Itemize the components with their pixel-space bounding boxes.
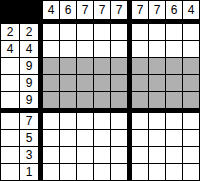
cell-r1c8[interactable] [166,24,183,41]
cell-r8c1[interactable] [43,147,60,164]
row-clue-5-inner: 9 [20,92,39,109]
cell-r2c3[interactable] [77,41,94,58]
cell-r5c7[interactable] [149,92,166,109]
cell-r9c2[interactable] [60,164,77,181]
cell-r1c7[interactable] [149,24,166,41]
cell-r6c3[interactable] [77,113,94,130]
cell-r3c5[interactable] [111,58,128,75]
cell-r2c6[interactable] [132,41,149,58]
cell-r6c5[interactable] [111,113,128,130]
cell-r5c8[interactable] [166,92,183,109]
cell-r6c7[interactable] [149,113,166,130]
cell-r9c3[interactable] [77,164,94,181]
cell-r5c2[interactable] [60,92,77,109]
cell-r6c8[interactable] [166,113,183,130]
cell-r3c3[interactable] [77,58,94,75]
cell-r5c1[interactable] [43,92,60,109]
cell-r9c8[interactable] [166,164,183,181]
cell-r7c1[interactable] [43,130,60,147]
cell-r2c5[interactable] [111,41,128,58]
cell-r9c9[interactable] [183,164,200,181]
cell-r7c2[interactable] [60,130,77,147]
row-clue-7-inner: 5 [20,130,39,147]
cell-r8c4[interactable] [94,147,111,164]
cell-r1c3[interactable] [77,24,94,41]
cell-r8c7[interactable] [149,147,166,164]
cell-r5c9[interactable] [183,92,200,109]
row-clue-5-outer [1,92,20,109]
nonogram-puzzle: 46777776422449997531 [0,0,200,181]
col-clue-3: 7 [77,1,94,20]
cell-r3c1[interactable] [43,58,60,75]
cell-r1c2[interactable] [60,24,77,41]
cell-r4c7[interactable] [149,75,166,92]
col-clue-5: 7 [111,1,128,20]
cell-r9c7[interactable] [149,164,166,181]
row-clue-3-inner: 9 [20,58,39,75]
cell-r2c1[interactable] [43,41,60,58]
cell-r7c8[interactable] [166,130,183,147]
cell-r5c6[interactable] [132,92,149,109]
row-clue-1-inner: 2 [20,24,39,41]
corner-block [1,1,39,20]
row-clue-2-inner: 4 [20,41,39,58]
cell-r7c6[interactable] [132,130,149,147]
cell-r3c7[interactable] [149,58,166,75]
cell-r1c1[interactable] [43,24,60,41]
cell-r1c4[interactable] [94,24,111,41]
cell-r4c8[interactable] [166,75,183,92]
cell-r8c5[interactable] [111,147,128,164]
cell-r2c4[interactable] [94,41,111,58]
cell-r8c8[interactable] [166,147,183,164]
cell-r4c6[interactable] [132,75,149,92]
cell-r9c5[interactable] [111,164,128,181]
row-clue-7-outer [1,130,20,147]
row-clue-4-inner: 9 [20,75,39,92]
cell-r3c8[interactable] [166,58,183,75]
row-clue-4-outer [1,75,20,92]
row-clue-6-inner: 7 [20,113,39,130]
cell-r2c9[interactable] [183,41,200,58]
cell-r8c6[interactable] [132,147,149,164]
cell-r5c4[interactable] [94,92,111,109]
nonogram-board: 46777776422449997531 [0,0,200,181]
cell-r6c4[interactable] [94,113,111,130]
row-clue-3-outer [1,58,20,75]
cell-r8c9[interactable] [183,147,200,164]
cell-r6c6[interactable] [132,113,149,130]
cell-r7c3[interactable] [77,130,94,147]
cell-r3c9[interactable] [183,58,200,75]
cell-r7c4[interactable] [94,130,111,147]
cell-r7c9[interactable] [183,130,200,147]
cell-r2c2[interactable] [60,41,77,58]
cell-r4c5[interactable] [111,75,128,92]
cell-r6c2[interactable] [60,113,77,130]
col-clue-1: 4 [43,1,60,20]
col-clue-9: 4 [183,1,200,20]
cell-r3c4[interactable] [94,58,111,75]
col-clue-8: 6 [166,1,183,20]
cell-r2c8[interactable] [166,41,183,58]
cell-r4c2[interactable] [60,75,77,92]
col-clue-6: 7 [132,1,149,20]
cell-r4c3[interactable] [77,75,94,92]
row-clue-9-outer [1,164,20,181]
col-clue-7: 7 [149,1,166,20]
cell-r6c1[interactable] [43,113,60,130]
row-clue-1-outer: 2 [1,24,20,41]
cell-r3c6[interactable] [132,58,149,75]
cell-r6c9[interactable] [183,113,200,130]
cell-r9c4[interactable] [94,164,111,181]
col-clue-2: 6 [60,1,77,20]
cell-r5c3[interactable] [77,92,94,109]
cell-r4c9[interactable] [183,75,200,92]
row-clue-8-outer [1,147,20,164]
col-clue-4: 7 [94,1,111,20]
row-clue-2-outer: 4 [1,41,20,58]
cell-r4c4[interactable] [94,75,111,92]
cell-r8c3[interactable] [77,147,94,164]
cell-r3c2[interactable] [60,58,77,75]
cell-r5c5[interactable] [111,92,128,109]
cell-r1c6[interactable] [132,24,149,41]
row-clue-9-inner: 1 [20,164,39,181]
cell-r9c1[interactable] [43,164,60,181]
row-clue-8-inner: 3 [20,147,39,164]
cell-r1c5[interactable] [111,24,128,41]
cell-r9c6[interactable] [132,164,149,181]
cell-r1c9[interactable] [183,24,200,41]
cell-r2c7[interactable] [149,41,166,58]
cell-r4c1[interactable] [43,75,60,92]
cell-r7c5[interactable] [111,130,128,147]
row-clue-6-outer [1,113,20,130]
cell-r8c2[interactable] [60,147,77,164]
cell-r7c7[interactable] [149,130,166,147]
